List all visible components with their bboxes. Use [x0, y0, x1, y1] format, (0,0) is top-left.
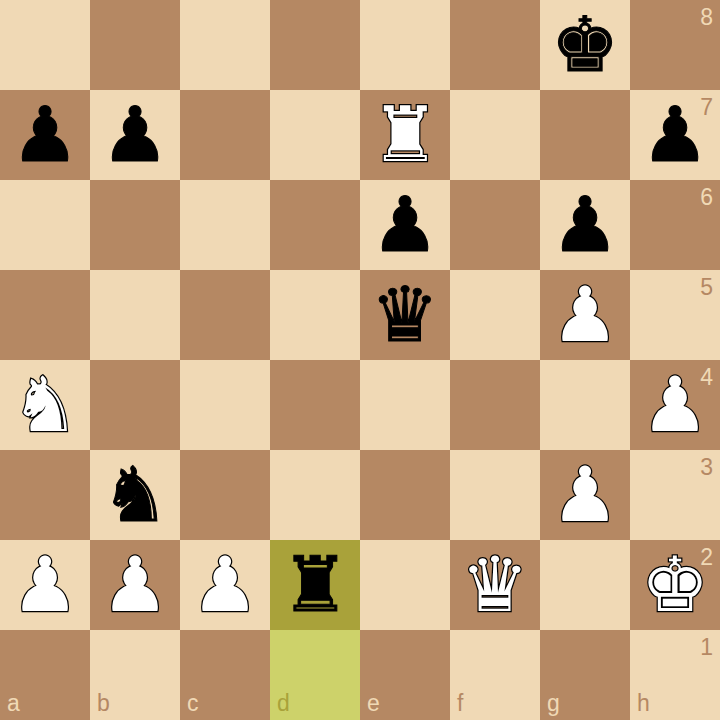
square-a4[interactable]: ♞ — [0, 360, 90, 450]
square-g8[interactable]: ♚ — [540, 0, 630, 90]
file-label-f: f — [457, 692, 463, 715]
square-b7[interactable]: ♟ — [90, 90, 180, 180]
piece-white-rook[interactable]: ♜ — [360, 90, 450, 180]
square-f7[interactable] — [450, 90, 540, 180]
piece-white-pawn[interactable]: ♟ — [180, 540, 270, 630]
square-f5[interactable] — [450, 270, 540, 360]
square-b8[interactable] — [90, 0, 180, 90]
square-h7[interactable]: ♟7 — [630, 90, 720, 180]
piece-black-pawn[interactable]: ♟ — [630, 90, 720, 180]
piece-black-king[interactable]: ♚ — [540, 0, 630, 90]
file-label-c: c — [187, 692, 199, 715]
chess-board: ♚8♟♟♜♟7♟♟6♛♟5♞♟4♞♟3♟♟♟♜♛♚2abcdefgh1 — [0, 0, 720, 720]
square-d7[interactable] — [270, 90, 360, 180]
piece-black-pawn[interactable]: ♟ — [540, 180, 630, 270]
rank-label-8: 8 — [700, 6, 713, 29]
rank-label-3: 3 — [700, 456, 713, 479]
file-label-g: g — [547, 692, 560, 715]
square-d6[interactable] — [270, 180, 360, 270]
square-h3[interactable]: 3 — [630, 450, 720, 540]
square-a2[interactable]: ♟ — [0, 540, 90, 630]
square-d1[interactable]: d — [270, 630, 360, 720]
square-e3[interactable] — [360, 450, 450, 540]
square-g5[interactable]: ♟ — [540, 270, 630, 360]
piece-white-pawn[interactable]: ♟ — [630, 360, 720, 450]
file-label-e: e — [367, 692, 380, 715]
square-d4[interactable] — [270, 360, 360, 450]
square-a8[interactable] — [0, 0, 90, 90]
square-b1[interactable]: b — [90, 630, 180, 720]
piece-black-knight[interactable]: ♞ — [90, 450, 180, 540]
square-e8[interactable] — [360, 0, 450, 90]
piece-white-pawn[interactable]: ♟ — [0, 540, 90, 630]
square-g2[interactable] — [540, 540, 630, 630]
square-d5[interactable] — [270, 270, 360, 360]
square-c4[interactable] — [180, 360, 270, 450]
square-e4[interactable] — [360, 360, 450, 450]
square-f6[interactable] — [450, 180, 540, 270]
square-f4[interactable] — [450, 360, 540, 450]
square-e7[interactable]: ♜ — [360, 90, 450, 180]
file-label-b: b — [97, 692, 110, 715]
piece-black-rook[interactable]: ♜ — [270, 540, 360, 630]
square-b5[interactable] — [90, 270, 180, 360]
square-b4[interactable] — [90, 360, 180, 450]
piece-white-queen[interactable]: ♛ — [450, 540, 540, 630]
square-c8[interactable] — [180, 0, 270, 90]
square-c7[interactable] — [180, 90, 270, 180]
square-a5[interactable] — [0, 270, 90, 360]
rank-label-1: 1 — [700, 636, 713, 659]
square-e6[interactable]: ♟ — [360, 180, 450, 270]
square-e5[interactable]: ♛ — [360, 270, 450, 360]
square-f8[interactable] — [450, 0, 540, 90]
square-a6[interactable] — [0, 180, 90, 270]
square-a3[interactable] — [0, 450, 90, 540]
square-g7[interactable] — [540, 90, 630, 180]
square-d8[interactable] — [270, 0, 360, 90]
piece-black-pawn[interactable]: ♟ — [360, 180, 450, 270]
piece-black-pawn[interactable]: ♟ — [90, 90, 180, 180]
square-g1[interactable]: g — [540, 630, 630, 720]
file-label-d: d — [277, 692, 290, 715]
piece-white-pawn[interactable]: ♟ — [90, 540, 180, 630]
square-d3[interactable] — [270, 450, 360, 540]
square-h6[interactable]: 6 — [630, 180, 720, 270]
piece-white-knight[interactable]: ♞ — [0, 360, 90, 450]
piece-black-queen[interactable]: ♛ — [360, 270, 450, 360]
piece-white-pawn[interactable]: ♟ — [540, 270, 630, 360]
square-h4[interactable]: ♟4 — [630, 360, 720, 450]
square-c6[interactable] — [180, 180, 270, 270]
square-g4[interactable] — [540, 360, 630, 450]
square-b3[interactable]: ♞ — [90, 450, 180, 540]
square-h8[interactable]: 8 — [630, 0, 720, 90]
piece-black-pawn[interactable]: ♟ — [0, 90, 90, 180]
square-b6[interactable] — [90, 180, 180, 270]
rank-label-6: 6 — [700, 186, 713, 209]
square-c2[interactable]: ♟ — [180, 540, 270, 630]
square-f2[interactable]: ♛ — [450, 540, 540, 630]
file-label-a: a — [7, 692, 20, 715]
square-h5[interactable]: 5 — [630, 270, 720, 360]
square-a1[interactable]: a — [0, 630, 90, 720]
square-e2[interactable] — [360, 540, 450, 630]
square-c5[interactable] — [180, 270, 270, 360]
square-d2[interactable]: ♜ — [270, 540, 360, 630]
square-e1[interactable]: e — [360, 630, 450, 720]
square-g6[interactable]: ♟ — [540, 180, 630, 270]
square-f3[interactable] — [450, 450, 540, 540]
file-label-h: h — [637, 692, 650, 715]
square-g3[interactable]: ♟ — [540, 450, 630, 540]
square-h2[interactable]: ♚2 — [630, 540, 720, 630]
piece-white-king[interactable]: ♚ — [630, 540, 720, 630]
square-c3[interactable] — [180, 450, 270, 540]
rank-label-5: 5 — [700, 276, 713, 299]
square-b2[interactable]: ♟ — [90, 540, 180, 630]
piece-white-pawn[interactable]: ♟ — [540, 450, 630, 540]
square-f1[interactable]: f — [450, 630, 540, 720]
square-c1[interactable]: c — [180, 630, 270, 720]
square-h1[interactable]: h1 — [630, 630, 720, 720]
square-a7[interactable]: ♟ — [0, 90, 90, 180]
